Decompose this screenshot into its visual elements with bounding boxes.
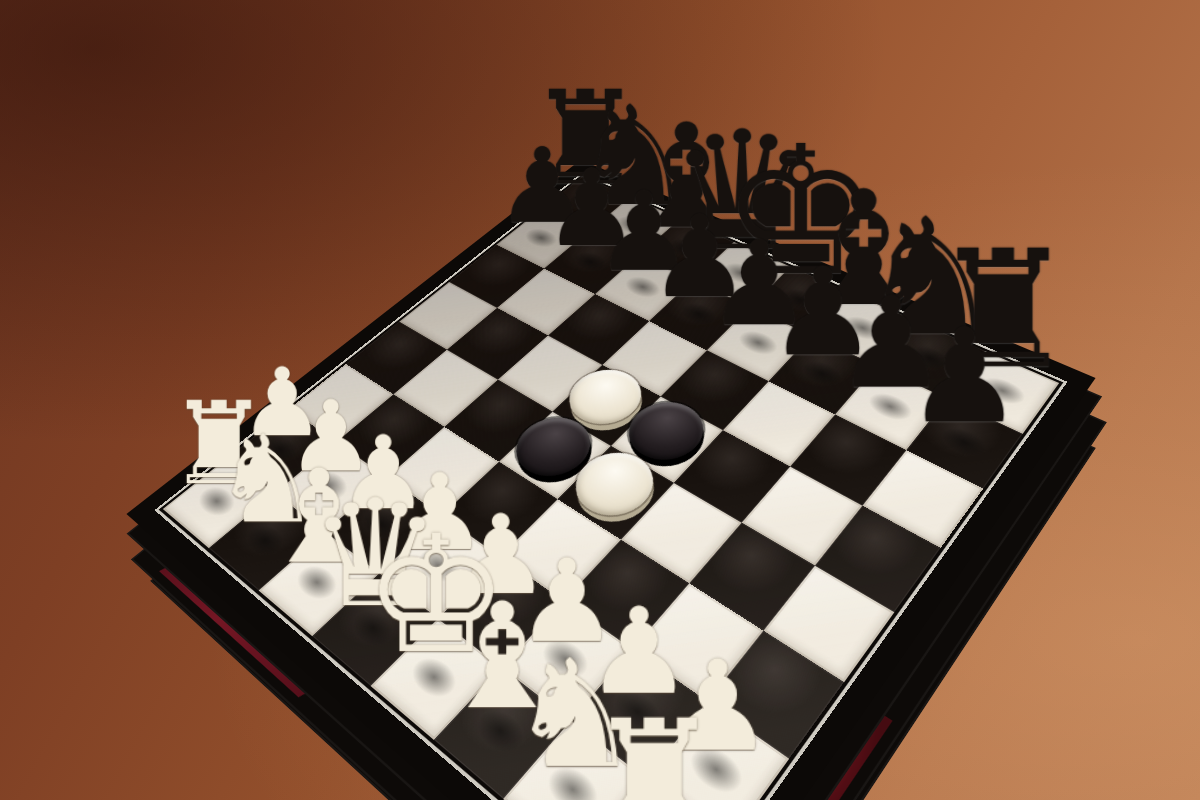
- table-background: { "game": "chess (combination chess & ch…: [0, 0, 1200, 800]
- piece-black-pawn-h7[interactable]: ♟: [906, 311, 1023, 442]
- board-3d: ♜♞♝♛♚♝♞♜♟♟♟♟♟♟♟♟♟♟♟♟♟♟♟♟♜♞♝♛♚♝♞♜: [126, 160, 1095, 800]
- piece-white-rook-h1[interactable]: ♜: [586, 700, 723, 800]
- board-frame: ♜♞♝♛♚♝♞♜♟♟♟♟♟♟♟♟♟♟♟♟♟♟♟♟♜♞♝♛♚♝♞♜: [126, 160, 1095, 800]
- scene: ♜♞♝♛♚♝♞♜♟♟♟♟♟♟♟♟♟♟♟♟♟♟♟♟♜♞♝♛♚♝♞♜: [0, 0, 1200, 800]
- square-h1[interactable]: ♜: [579, 779, 729, 800]
